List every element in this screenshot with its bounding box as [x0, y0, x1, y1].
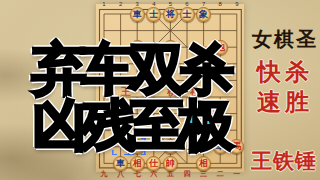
video-thumbnail: 王萧棋社 123456789九八七六五四三二一 車士将士象馬象炮炮仕車馬車相仕帥… — [0, 0, 320, 180]
fast-win-label-line2: 速胜 — [257, 86, 313, 118]
fast-win-label-line1: 快杀 — [257, 56, 313, 88]
piece-black-chariot[interactable]: 車 — [113, 156, 128, 171]
caption-line2: 凶残至极 — [32, 98, 228, 153]
piece-red-horse[interactable]: 馬 — [229, 139, 244, 154]
piece-black-elephant[interactable]: 象 — [196, 7, 211, 22]
piece-black-general[interactable]: 将 — [163, 7, 178, 22]
piece-red-advisor[interactable]: 仕 — [146, 156, 161, 171]
champion-label: 女棋圣 — [252, 26, 318, 53]
piece-red-general[interactable]: 帥 — [163, 156, 178, 171]
piece-black-chariot[interactable]: 車 — [130, 7, 145, 22]
piece-black-advisor[interactable]: 士 — [146, 7, 161, 22]
piece-red-elephant[interactable]: 相 — [196, 156, 211, 171]
piece-black-advisor[interactable]: 士 — [180, 7, 195, 22]
author-label: 王铁锤 — [251, 147, 317, 175]
piece-red-elephant[interactable]: 相 — [130, 156, 145, 171]
caption-line1: 弃车双杀 — [32, 42, 228, 97]
